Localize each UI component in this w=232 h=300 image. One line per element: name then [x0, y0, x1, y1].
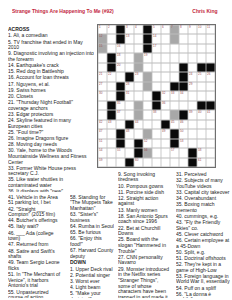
grid-cell[interactable]: 43	[107, 120, 116, 129]
grid-cell[interactable]: 12	[98, 34, 107, 43]
grid-cell[interactable]	[134, 82, 143, 91]
grid-cell[interactable]	[206, 34, 215, 43]
clue: 4. Light beam	[70, 284, 116, 290]
grid-cell[interactable]	[188, 129, 197, 138]
clue: 51. In "The Merchant of Venice", it harb…	[8, 271, 64, 288]
clue: 18. San Antonio Spurs coach since 1996	[118, 213, 171, 224]
clue: 1. Ali, a comedian	[8, 33, 94, 39]
cell-number: 32	[162, 91, 165, 94]
grid-cell[interactable]	[152, 82, 161, 91]
grid-cell[interactable]: 14	[152, 34, 161, 43]
grid-cell[interactable]: 54	[98, 148, 107, 157]
clue: 36. It displays with "new"	[8, 189, 94, 192]
grid-cell[interactable]: 41	[206, 110, 215, 119]
grid-cell[interactable]	[152, 148, 161, 157]
grid-cell[interactable]: 19	[143, 53, 152, 62]
cell-number: 43	[108, 120, 111, 123]
clue: 46. ___ Ada (college town)	[8, 230, 64, 241]
clue: 19. Swiss homes	[8, 87, 94, 93]
grid-cell[interactable]	[179, 101, 188, 110]
grid-cell[interactable]	[179, 53, 188, 62]
grid-cell[interactable]	[206, 148, 215, 157]
grid-cell[interactable]	[143, 72, 152, 81]
grid-cell[interactable]	[170, 158, 179, 167]
clue: 22. Bet at Churchill Downs	[118, 225, 171, 236]
grid-cell[interactable]: 36	[161, 101, 170, 110]
grid-cell[interactable]	[107, 91, 116, 100]
grid-cell[interactable]	[188, 139, 197, 148]
cell-number: 60	[135, 158, 138, 161]
cell-number: 20	[117, 63, 120, 66]
clue: 11. Porcine side dish	[118, 189, 171, 195]
clue: 5. "Make your decision!"	[70, 290, 116, 298]
clue-list: 9. Song invoking tiredness10. Pompous go…	[118, 171, 171, 298]
cell-number: 18	[117, 53, 120, 56]
grid-cell[interactable]: 28	[125, 82, 134, 91]
clue: 13. Manly women	[118, 207, 171, 213]
cell-number: 48	[126, 129, 129, 132]
clue-list: 41. Vehicle in the Area 51 parking lot, …	[8, 194, 64, 298]
cell-number: 51	[99, 139, 102, 142]
grid-cell[interactable]	[116, 158, 125, 167]
black-cell	[125, 72, 134, 81]
black-cell	[170, 82, 179, 91]
grid-cell[interactable]	[143, 129, 152, 138]
grid-cell[interactable]: 53	[179, 139, 188, 148]
clue: 28. Moving day needs	[8, 141, 94, 147]
black-cell	[188, 158, 197, 167]
grid-cell[interactable]: 49	[161, 129, 170, 138]
cell-number: 46	[180, 120, 183, 123]
black-cell	[107, 63, 116, 72]
cell-number: 29	[189, 82, 192, 85]
grid-cell[interactable]	[170, 34, 179, 43]
clue: 63. "Sister's" business	[70, 211, 116, 222]
black-cell	[134, 139, 143, 148]
cell-number: 53	[180, 139, 183, 142]
grid-cell[interactable]: 58	[197, 148, 206, 157]
grid-cell[interactable]	[197, 91, 206, 100]
crossword-grid[interactable]: 1234567891011121314151617181920212223242…	[97, 24, 216, 168]
grid-cell[interactable]	[161, 82, 170, 91]
cell-number: 11	[207, 25, 210, 28]
black-cell	[170, 129, 179, 138]
clue: 54. Puff on a spliff	[176, 285, 230, 291]
grid-cell[interactable]: 2	[107, 25, 116, 34]
grid-cell[interactable]	[98, 53, 107, 62]
grid-cell[interactable]	[161, 53, 170, 62]
black-cell	[152, 91, 161, 100]
clue: 35. Boxing match memento	[176, 201, 230, 212]
grid-cell[interactable]: 23	[134, 72, 143, 81]
grid-cell[interactable]	[197, 129, 206, 138]
grid-cell[interactable]: 38	[152, 110, 161, 119]
grid-cell[interactable]: 26	[206, 72, 215, 81]
clue: 29. Monster introduced in the Netflix se…	[118, 266, 171, 298]
grid-cell[interactable]	[179, 34, 188, 43]
grid-cell[interactable]: 20	[116, 63, 125, 72]
clue: 15. Red dog in Battleship	[8, 69, 94, 75]
grid-cell[interactable]	[134, 63, 143, 72]
grid-cell[interactable]	[143, 101, 152, 110]
grid-cell[interactable]	[161, 139, 170, 148]
clue: 23. Edgar protectors	[8, 111, 94, 117]
cell-number: 35	[117, 101, 120, 104]
cell-number: 57	[171, 148, 174, 151]
clue-section-header: DOWN	[70, 259, 116, 265]
grid-cell[interactable]: 8	[179, 25, 188, 34]
grid-cell[interactable]: 27	[98, 82, 107, 91]
grid-cell[interactable]	[170, 44, 179, 53]
grid-cell[interactable]	[161, 72, 170, 81]
grid-cell[interactable]	[206, 91, 215, 100]
cell-number: 17	[153, 44, 156, 47]
grid-cell[interactable]	[179, 148, 188, 157]
clue: 33. Capital city takeover	[176, 189, 230, 195]
clue: 2. Potential singer	[70, 272, 116, 278]
grid-cell[interactable]	[197, 120, 206, 129]
grid-cell[interactable]: 10	[197, 25, 206, 34]
clue: 65. Be furious	[70, 229, 116, 235]
cell-number: 41	[207, 110, 210, 113]
clue: 48. Satire and Swift's shafts	[8, 248, 64, 259]
clue: 21. "Thursday Night Football" coverage a…	[8, 99, 94, 110]
grid-cell[interactable]	[107, 44, 116, 53]
clue: 10. Pompous gowns	[118, 183, 171, 189]
cell-number: 47	[99, 129, 102, 132]
grid-cell[interactable]	[206, 158, 215, 167]
grid-cell[interactable]: 34	[179, 91, 188, 100]
grid-cell[interactable]	[161, 44, 170, 53]
cell-number: 55	[117, 148, 120, 151]
clue: 1. Upper Deck rival	[70, 266, 116, 272]
grid-cell[interactable]	[134, 53, 143, 62]
grid-cell[interactable]	[206, 82, 215, 91]
grid-cell[interactable]	[188, 120, 197, 129]
grid-cell[interactable]	[170, 110, 179, 119]
grid-cell[interactable]: 48	[125, 129, 134, 138]
grid-cell[interactable]	[188, 53, 197, 62]
cell-number: 54	[99, 148, 102, 151]
black-cell	[116, 25, 125, 34]
grid-cell[interactable]: 51	[98, 139, 107, 148]
grid-cell[interactable]: 25	[197, 72, 206, 81]
cell-number: 15	[99, 44, 102, 47]
grid-cell[interactable]: 17	[152, 44, 161, 53]
clue: 45. Italy wait?	[8, 224, 64, 230]
cell-number: 36	[162, 101, 165, 104]
grid-cell[interactable]	[152, 120, 161, 129]
clue-list: 58. Standing for "The Muppets Take Manha…	[70, 194, 116, 298]
grid-cell[interactable]	[107, 148, 116, 157]
black-cell	[107, 53, 116, 62]
clue: 50. Split, e.g.	[176, 249, 230, 255]
grid-cell[interactable]: 24	[188, 72, 197, 81]
clue: 16. Account for loan threats	[8, 75, 94, 81]
clue: 49. Team Sergio Leone flicks	[8, 260, 64, 271]
black-cell	[152, 101, 161, 110]
clue: 30. Yale, home to the Woods Mountainside…	[8, 147, 94, 164]
grid-cell[interactable]	[134, 129, 143, 138]
cell-number: 12	[99, 34, 102, 37]
grid-cell[interactable]: 61	[197, 158, 206, 167]
cell-number: 33	[171, 91, 174, 94]
cell-number: 61	[198, 158, 201, 161]
grid-cell[interactable]	[188, 44, 197, 53]
grid-cell[interactable]: 52	[143, 139, 152, 148]
clue: 53. Foreign language in World War II, es…	[176, 273, 230, 284]
grid-cell[interactable]: 45	[170, 120, 179, 129]
clue: 33. Former White House press secretary C…	[8, 165, 94, 176]
clue: 45. Clever catchword	[176, 231, 230, 237]
black-cell	[116, 129, 125, 138]
grid-cell[interactable]	[152, 72, 161, 81]
grid-cell[interactable]	[197, 139, 206, 148]
black-cell	[179, 110, 188, 119]
grid-cell[interactable]	[143, 82, 152, 91]
grid-cell[interactable]	[125, 63, 134, 72]
grid-cell[interactable]	[188, 101, 197, 110]
grid-cell[interactable]	[179, 44, 188, 53]
cell-number: 27	[99, 82, 102, 85]
grid-cell[interactable]: 15	[98, 44, 107, 53]
clue: 46. Certain employee at a 45-Down	[176, 237, 230, 248]
clue: 32. Subjects of many YouTube videos	[176, 177, 230, 188]
grid-cell[interactable]	[206, 53, 215, 62]
clue: 55. Unpasteurized course of action	[8, 289, 64, 298]
black-cell	[206, 101, 215, 110]
grid-cell[interactable]	[116, 72, 125, 81]
grid-cell[interactable]: 33	[170, 91, 179, 100]
black-cell	[197, 63, 206, 72]
grid-cell[interactable]: 30	[98, 91, 107, 100]
cell-number: 38	[153, 110, 156, 113]
black-cell	[170, 139, 179, 148]
grid-cell[interactable]	[170, 63, 179, 72]
black-cell	[125, 158, 134, 167]
grid-cell[interactable]	[152, 139, 161, 148]
clue-section-header: ACROSS	[8, 26, 94, 32]
grid-cell[interactable]	[143, 120, 152, 129]
grid-cell[interactable]: 18	[116, 53, 125, 62]
grid-cell[interactable]	[179, 158, 188, 167]
grid-cell[interactable]	[188, 63, 197, 72]
grid-cell[interactable]: 40	[197, 110, 206, 119]
black-cell	[161, 120, 170, 129]
cell-number: 13	[126, 34, 129, 37]
grid-cell[interactable]	[143, 158, 152, 167]
grid-cell[interactable]	[143, 63, 152, 72]
grid-cell[interactable]	[116, 120, 125, 129]
grid-cell[interactable]	[134, 110, 143, 119]
clue: 34. Overabundant	[176, 195, 230, 201]
clue: 12. Straight action against	[118, 195, 171, 206]
black-cell	[125, 120, 134, 129]
cell-number: 50	[180, 129, 183, 132]
grid-cell[interactable]	[125, 53, 134, 62]
grid-cell[interactable]: 11	[206, 25, 215, 34]
grid-cell[interactable]	[107, 139, 116, 148]
clue: 52. They're kept in a game of High-Low	[176, 261, 230, 272]
grid-cell[interactable]	[197, 34, 206, 43]
grid-cell[interactable]	[125, 110, 134, 119]
grid-cell[interactable]	[197, 44, 206, 53]
grid-cell[interactable]: 44	[134, 120, 143, 129]
clue: 41. Vehicle in the Area 51 parking lot, …	[8, 194, 64, 205]
grid-cell[interactable]	[206, 44, 215, 53]
grid-cell[interactable]: 50	[179, 129, 188, 138]
cell-number: 26	[207, 72, 210, 75]
grid-cell[interactable]: 22	[107, 72, 116, 81]
grid-cell[interactable]: 39	[188, 110, 197, 119]
grid-cell[interactable]	[188, 91, 197, 100]
grid-cell[interactable]	[98, 63, 107, 72]
grid-cell[interactable]: 29	[188, 82, 197, 91]
grid-cell[interactable]	[125, 44, 134, 53]
clue: 35. Like water shuttles in contaminated …	[8, 177, 94, 188]
grid-cell[interactable]	[197, 82, 206, 91]
cell-number: 2	[108, 25, 110, 28]
grid-cell[interactable]	[206, 139, 215, 148]
cell-number: 7	[171, 25, 173, 28]
grid-cell[interactable]: 4	[134, 25, 143, 34]
grid-cell[interactable]	[125, 139, 134, 148]
grid-cell[interactable]: 32	[161, 91, 170, 100]
clue: 44. Butcher's offerings	[8, 218, 64, 224]
cell-number: 10	[198, 25, 201, 28]
clue: 51. Doctrinal offshoots	[176, 255, 230, 261]
black-cell	[116, 139, 125, 148]
grid-cell[interactable]	[98, 101, 107, 110]
grid-cell[interactable]: 37	[116, 110, 125, 119]
cell-number: 19	[144, 53, 147, 56]
clue: 3. Worst ever	[70, 278, 116, 284]
grid-cell[interactable]: 6	[161, 25, 170, 34]
grid-cell[interactable]	[161, 110, 170, 119]
grid-cell[interactable]: 16	[116, 44, 125, 53]
grid-cell[interactable]	[188, 34, 197, 43]
clue-list: 31. Perceived32. Subjects of many YouTub…	[176, 171, 230, 298]
grid-cell[interactable]	[152, 129, 161, 138]
cell-number: 5	[153, 25, 155, 28]
grid-cell[interactable]: 7	[170, 25, 179, 34]
grid-cell[interactable]	[152, 53, 161, 62]
black-cell	[143, 25, 152, 34]
grid-cell[interactable]: 47	[98, 129, 107, 138]
clue: 58. Standing for "The Muppets Take Manha…	[70, 194, 116, 211]
clue: 42. "Straight ___ Compton" (2015 film)	[8, 206, 64, 217]
grid-cell[interactable]	[143, 91, 152, 100]
clue: 67. Harvard County deputy	[70, 247, 116, 258]
clue: 64. Rumba in Seoul	[70, 223, 116, 229]
cell-number: 21	[99, 72, 102, 75]
black-cell	[116, 82, 125, 91]
clue: 47. Returned from	[8, 242, 64, 248]
grid-cell[interactable]	[197, 53, 206, 62]
clue: 25. "Foul time?"	[8, 129, 94, 135]
grid-cell[interactable]	[152, 63, 161, 72]
clue-list: ACROSS1. Ali, a comedian5. TV franchise …	[8, 26, 94, 192]
grid-cell[interactable]	[161, 34, 170, 43]
clue: 14. Earthquake's crack	[8, 62, 94, 68]
grid-cell[interactable]: 59	[98, 158, 107, 167]
clue: 31. Perceived	[176, 171, 230, 177]
grid-cell[interactable]	[98, 110, 107, 119]
grid-cell[interactable]	[161, 63, 170, 72]
grid-cell[interactable]	[143, 110, 152, 119]
cell-number: 44	[135, 120, 138, 123]
clue-column-across-end-down-start: 58. Standing for "The Muppets Take Manha…	[70, 194, 116, 298]
grid-cell[interactable]: 9	[188, 25, 197, 34]
cell-number: 23	[135, 72, 138, 75]
black-cell	[179, 72, 188, 81]
cell-number: 6	[162, 25, 164, 28]
grid-cell[interactable]: 56	[143, 148, 152, 157]
clue: 56. "La donna è mobile", e.g.	[176, 291, 230, 298]
grid-cell[interactable]	[125, 148, 134, 157]
clue: 43. "Fly the Friendly Skies" co.	[176, 219, 230, 230]
grid-cell[interactable]	[152, 158, 161, 167]
grid-cell[interactable]: 31	[125, 91, 134, 100]
cell-number: 52	[144, 139, 147, 142]
cell-number: 16	[117, 44, 120, 47]
clue: 5. TV franchise that ended in May 2010	[8, 39, 94, 50]
grid-cell[interactable]	[107, 82, 116, 91]
clue: 9. Diagnostic involving an injection int…	[8, 51, 94, 62]
cell-number: 45	[171, 120, 174, 123]
grid-cell[interactable]: 57	[170, 148, 179, 157]
grid-cell[interactable]	[170, 101, 179, 110]
page-title: Strange Things Are Happening To Me (#92)	[12, 8, 114, 14]
crossword-page: { "game": "crossword", "header": { "titl…	[0, 0, 232, 300]
clue: 26. Imagine Dragons figure	[8, 135, 94, 141]
clue: 20. Closets	[8, 93, 94, 99]
grid-cell[interactable]: 13	[125, 34, 134, 43]
grid-cell[interactable]: 21	[98, 72, 107, 81]
clue: 66. "Enjoy this food!"	[70, 236, 116, 247]
cell-number: 25	[198, 72, 201, 75]
grid-cell[interactable]	[134, 34, 143, 43]
grid-cell[interactable]	[134, 91, 143, 100]
grid-cell[interactable]	[161, 158, 170, 167]
grid-cell[interactable]	[170, 53, 179, 62]
cell-number: 49	[162, 129, 165, 132]
black-cell	[134, 148, 143, 157]
grid-cell[interactable]: 55	[116, 148, 125, 157]
grid-cell[interactable]	[107, 158, 116, 167]
cell-number: 8	[180, 25, 182, 28]
grid-cell[interactable]: 42	[98, 120, 107, 129]
grid-cell[interactable]	[107, 129, 116, 138]
clue-column-down-end: 31. Perceived32. Subjects of many YouTub…	[176, 171, 230, 298]
grid-cell[interactable]	[206, 120, 215, 129]
clue-column-across-main: ACROSS1. Ali, a comedian5. TV franchise …	[8, 26, 94, 192]
clue: 9. Song invoking tiredness	[118, 171, 171, 182]
grid-cell[interactable]	[206, 129, 215, 138]
grid-cell[interactable]	[134, 44, 143, 53]
grid-cell[interactable]: 46	[179, 120, 188, 129]
grid-cell[interactable]	[125, 101, 134, 110]
grid-cell[interactable]: 35	[116, 101, 125, 110]
grid-cell[interactable]	[161, 148, 170, 157]
grid-cell[interactable]: 60	[134, 158, 143, 167]
grid-cell[interactable]	[107, 34, 116, 43]
cell-number: 28	[126, 82, 129, 85]
black-cell	[107, 101, 116, 110]
clue: 25. Board with the slogan "Hammered in T…	[118, 237, 171, 254]
grid-cell[interactable]	[170, 72, 179, 81]
grid-cell[interactable]	[134, 101, 143, 110]
